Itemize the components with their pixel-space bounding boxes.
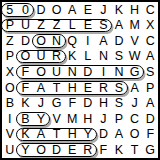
- grid-cell-r1c2[interactable]: 0: [18, 2, 34, 18]
- grid-cell-r3c10[interactable]: C: [142, 33, 158, 49]
- grid-cell-r8c1[interactable]: I: [2, 111, 18, 127]
- grid-cell-r8c8[interactable]: P: [111, 111, 127, 127]
- grid-cell-r8c4[interactable]: V: [49, 111, 65, 127]
- grid-cell-r3c5[interactable]: Q: [64, 33, 80, 49]
- grid-cell-r9c5[interactable]: H: [64, 127, 80, 143]
- grid-cell-r10c1[interactable]: U: [2, 142, 18, 158]
- grid-cell-r6c9[interactable]: A: [127, 80, 143, 96]
- grid-cell-r7c7[interactable]: H: [96, 96, 112, 112]
- grid-cell-r2c5[interactable]: L: [64, 18, 80, 34]
- grid-cell-r5c7[interactable]: I: [96, 64, 112, 80]
- grid-cell-r8c5[interactable]: M: [64, 111, 80, 127]
- grid-cell-r5c2[interactable]: F: [18, 64, 34, 80]
- grid-cell-r9c3[interactable]: A: [33, 127, 49, 143]
- grid-cell-r3c6[interactable]: I: [80, 33, 96, 49]
- grid-cell-r6c5[interactable]: H: [64, 80, 80, 96]
- grid-cell-r8c10[interactable]: D: [142, 111, 158, 127]
- grid-cell-r9c10[interactable]: F: [142, 127, 158, 143]
- grid-cell-r7c5[interactable]: F: [64, 96, 80, 112]
- grid-cell-r1c3[interactable]: D: [33, 2, 49, 18]
- grid-cell-r3c1[interactable]: Z: [2, 33, 18, 49]
- grid-cell-r4c8[interactable]: S: [111, 49, 127, 65]
- grid-cell-r8c7[interactable]: J: [96, 111, 112, 127]
- grid-cell-r2c7[interactable]: S: [96, 18, 112, 34]
- grid-cell-r1c8[interactable]: K: [111, 2, 127, 18]
- grid-cell-r6c7[interactable]: R: [96, 80, 112, 96]
- grid-cell-r6c3[interactable]: A: [33, 80, 49, 96]
- grid-cell-r7c10[interactable]: A: [142, 96, 158, 112]
- grid-cell-r6c6[interactable]: E: [80, 80, 96, 96]
- grid-cell-r9c8[interactable]: A: [111, 127, 127, 143]
- grid-cell-r3c9[interactable]: V: [127, 33, 143, 49]
- grid-cell-r7c1[interactable]: B: [2, 96, 18, 112]
- grid-cell-r4c5[interactable]: K: [64, 49, 80, 65]
- grid-cell-r7c8[interactable]: S: [111, 96, 127, 112]
- grid-cell-r5c3[interactable]: O: [33, 64, 49, 80]
- grid-cell-r1c7[interactable]: J: [96, 2, 112, 18]
- grid-cell-r1c5[interactable]: A: [64, 2, 80, 18]
- grid-cell-r2c10[interactable]: X: [142, 18, 158, 34]
- grid-cell-r9c4[interactable]: T: [49, 127, 65, 143]
- grid-cell-r5c10[interactable]: S: [142, 64, 158, 80]
- grid-cell-r9c9[interactable]: O: [127, 127, 143, 143]
- grid-cell-r3c2[interactable]: D: [18, 33, 34, 49]
- grid-cell-r1c6[interactable]: E: [80, 2, 96, 18]
- grid-cell-r4c6[interactable]: L: [80, 49, 96, 65]
- grid-cell-r10c9[interactable]: T: [127, 142, 143, 158]
- grid-cell-r2c6[interactable]: E: [80, 18, 96, 34]
- grid-cell-r8c9[interactable]: C: [127, 111, 143, 127]
- grid-cell-r7c3[interactable]: J: [33, 96, 49, 112]
- grid-cell-r9c2[interactable]: K: [18, 127, 34, 143]
- grid-cell-r9c7[interactable]: D: [96, 127, 112, 143]
- grid-cell-r5c9[interactable]: G: [127, 64, 143, 80]
- grid-cell-r2c3[interactable]: Z: [33, 18, 49, 34]
- grid-cell-r10c5[interactable]: E: [64, 142, 80, 158]
- grid-cell-r2c4[interactable]: Z: [49, 18, 65, 34]
- grid-cell-r10c3[interactable]: O: [33, 142, 49, 158]
- grid-cell-r2c9[interactable]: M: [127, 18, 143, 34]
- grid-cell-r1c4[interactable]: O: [49, 2, 65, 18]
- grid-cell-r10c8[interactable]: K: [111, 142, 127, 158]
- grid-cell-r2c1[interactable]: P: [2, 18, 18, 34]
- grid-cell-r1c1[interactable]: 5: [2, 2, 18, 18]
- grid-cell-r6c8[interactable]: S: [111, 80, 127, 96]
- grid-cell-r8c6[interactable]: H: [80, 111, 96, 127]
- grid-cell-r2c8[interactable]: A: [111, 18, 127, 34]
- grid-cell-r6c4[interactable]: T: [49, 80, 65, 96]
- grid-cell-r3c8[interactable]: D: [111, 33, 127, 49]
- grid-cell-r6c1[interactable]: O: [2, 80, 18, 96]
- grid-cell-r8c3[interactable]: Y: [33, 111, 49, 127]
- grid-cell-r5c8[interactable]: N: [111, 64, 127, 80]
- grid-cell-r5c6[interactable]: D: [80, 64, 96, 80]
- grid-cell-r9c6[interactable]: Y: [80, 127, 96, 143]
- grid-cell-r10c7[interactable]: F: [96, 142, 112, 158]
- grid-cell-r6c10[interactable]: P: [142, 80, 158, 96]
- grid-cell-r3c4[interactable]: N: [49, 33, 65, 49]
- grid-cell-r4c4[interactable]: R: [49, 49, 65, 65]
- grid-cell-r6c2[interactable]: F: [18, 80, 34, 96]
- grid-cell-r3c7[interactable]: A: [96, 33, 112, 49]
- grid-cell-r3c3[interactable]: O: [33, 33, 49, 49]
- grid-cell-r10c2[interactable]: Y: [18, 142, 34, 158]
- grid-cell-r7c4[interactable]: G: [49, 96, 65, 112]
- grid-cell-r1c10[interactable]: C: [142, 2, 158, 18]
- grid-cell-r4c10[interactable]: A: [142, 49, 158, 65]
- grid-cell-r9c1[interactable]: V: [2, 127, 18, 143]
- word-search-board: 50DOAEJKHCPUZZLESAMXZDONQIADVCPOURKLNSWA…: [0, 0, 160, 160]
- grid-cell-r10c4[interactable]: D: [49, 142, 65, 158]
- grid-cell-r4c9[interactable]: W: [127, 49, 143, 65]
- grid-cell-r7c6[interactable]: D: [80, 96, 96, 112]
- grid-cell-r4c1[interactable]: P: [2, 49, 18, 65]
- grid-cell-r4c2[interactable]: O: [18, 49, 34, 65]
- grid-cell-r7c9[interactable]: J: [127, 96, 143, 112]
- letter-grid: 50DOAEJKHCPUZZLESAMXZDONQIADVCPOURKLNSWA…: [2, 2, 158, 158]
- grid-cell-r1c9[interactable]: H: [127, 2, 143, 18]
- grid-cell-r5c1[interactable]: X: [2, 64, 18, 80]
- grid-cell-r4c7[interactable]: N: [96, 49, 112, 65]
- grid-cell-r5c4[interactable]: U: [49, 64, 65, 80]
- grid-cell-r8c2[interactable]: B: [18, 111, 34, 127]
- grid-cell-r5c5[interactable]: N: [64, 64, 80, 80]
- grid-cell-r7c2[interactable]: K: [18, 96, 34, 112]
- grid-cell-r10c6[interactable]: R: [80, 142, 96, 158]
- grid-cell-r10c10[interactable]: G: [142, 142, 158, 158]
- grid-cell-r4c3[interactable]: U: [33, 49, 49, 65]
- grid-cell-r2c2[interactable]: U: [18, 18, 34, 34]
